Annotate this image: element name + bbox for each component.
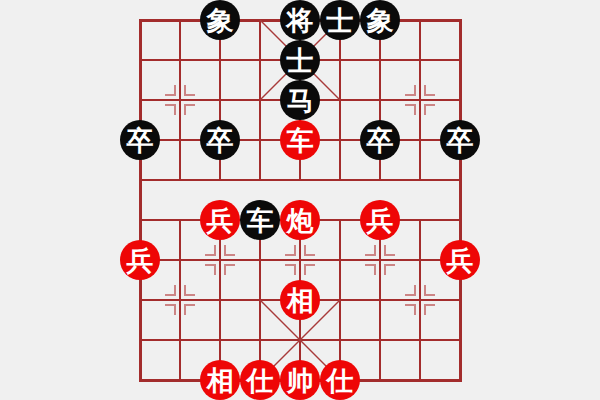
red-elephant[interactable]: 相 xyxy=(280,280,320,320)
red-general[interactable]: 帅 xyxy=(280,360,320,400)
black-chariot[interactable]: 车 xyxy=(240,200,280,240)
red-advisor[interactable]: 仕 xyxy=(320,360,360,400)
black-horse[interactable]: 马 xyxy=(280,80,320,120)
red-soldier[interactable]: 兵 xyxy=(200,200,240,240)
red-soldier[interactable]: 兵 xyxy=(440,240,480,280)
xiangqi-app: 象将士象士马卒卒车卒卒兵车炮兵兵兵相相仕帅仕 xyxy=(0,0,600,400)
xiangqi-board[interactable]: 象将士象士马卒卒车卒卒兵车炮兵兵兵相相仕帅仕 xyxy=(120,0,480,400)
black-soldier[interactable]: 卒 xyxy=(360,120,400,160)
black-advisor[interactable]: 士 xyxy=(320,0,360,40)
black-soldier[interactable]: 卒 xyxy=(200,120,240,160)
black-advisor[interactable]: 士 xyxy=(280,40,320,80)
black-elephant[interactable]: 象 xyxy=(200,0,240,40)
black-elephant[interactable]: 象 xyxy=(360,0,400,40)
red-soldier[interactable]: 兵 xyxy=(360,200,400,240)
red-cannon[interactable]: 炮 xyxy=(280,200,320,240)
red-chariot[interactable]: 车 xyxy=(280,120,320,160)
red-advisor[interactable]: 仕 xyxy=(240,360,280,400)
black-soldier[interactable]: 卒 xyxy=(440,120,480,160)
black-soldier[interactable]: 卒 xyxy=(120,120,160,160)
black-general[interactable]: 将 xyxy=(280,0,320,40)
red-elephant[interactable]: 相 xyxy=(200,360,240,400)
red-soldier[interactable]: 兵 xyxy=(120,240,160,280)
